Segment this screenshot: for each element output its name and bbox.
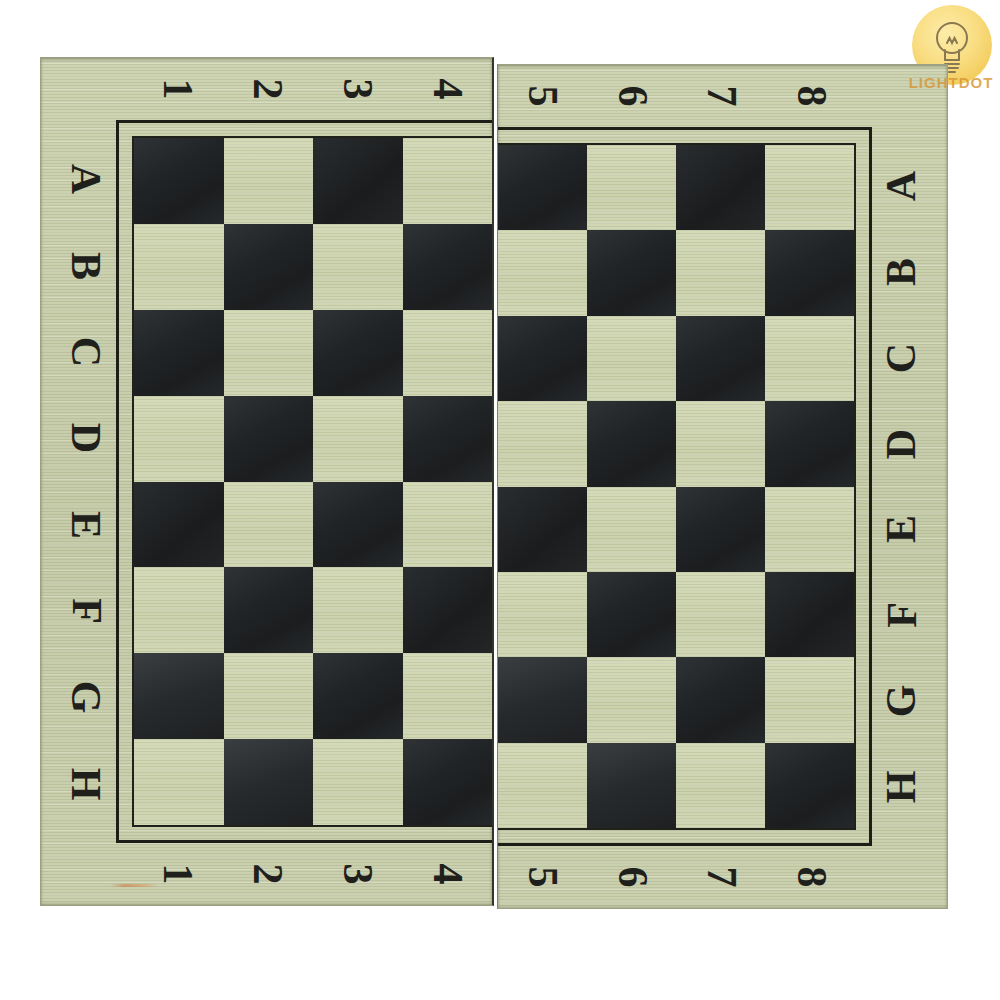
rank-label-cell: G [41, 654, 116, 740]
square-2E [224, 482, 314, 568]
square-7B [676, 230, 765, 315]
rank-label-cell: B [41, 222, 116, 308]
square-8C [765, 316, 854, 401]
bottom-file-labels: 5678 [498, 846, 856, 908]
square-6A [587, 145, 676, 230]
top-file-labels: 5678 [498, 65, 856, 127]
square-6B [587, 230, 676, 315]
rank-label: E [65, 511, 107, 539]
file-label: 5 [522, 86, 564, 107]
rank-label-cell: H [41, 741, 116, 827]
left-rank-labels: ABCDEFGH [41, 136, 116, 827]
rank-label: F [66, 598, 108, 624]
square-3G [313, 653, 403, 739]
rank-label-cell: B [872, 229, 947, 315]
square-2G [224, 653, 314, 739]
rank-label-cell: C [41, 309, 116, 395]
file-label: 1 [156, 79, 198, 100]
rank-label-cell: A [872, 143, 947, 229]
rank-label: F [881, 602, 923, 628]
file-label: 6 [611, 86, 653, 107]
file-label: 7 [701, 86, 743, 107]
square-4H [403, 739, 493, 825]
square-5B [498, 230, 587, 315]
file-label: 3 [336, 864, 378, 885]
file-label-cell: 6 [588, 846, 678, 908]
square-6F [587, 572, 676, 657]
square-2C [224, 310, 314, 396]
file-label-cell: 1 [132, 843, 222, 905]
file-label-cell: 3 [312, 843, 402, 905]
file-label-cell: 5 [498, 846, 588, 908]
square-3D [313, 396, 403, 482]
square-2H [224, 739, 314, 825]
rank-label: A [881, 171, 923, 201]
brand-text: LIGHTDOT [902, 74, 1000, 91]
file-label-cell: 8 [767, 846, 857, 908]
square-7C [676, 316, 765, 401]
square-1H [134, 739, 224, 825]
square-5A [498, 145, 587, 230]
board-right-half: 56785678ABCDEFGH [497, 64, 948, 909]
file-label: 8 [790, 867, 832, 888]
file-label: 3 [336, 79, 378, 100]
rank-label: E [880, 515, 922, 543]
file-label: 7 [701, 867, 743, 888]
square-5F [498, 572, 587, 657]
square-8A [765, 145, 854, 230]
square-1A [134, 138, 224, 224]
square-4G [403, 653, 493, 739]
file-label-cell: 3 [312, 58, 402, 120]
file-label-cell: 2 [222, 58, 312, 120]
square-1C [134, 310, 224, 396]
square-3A [313, 138, 403, 224]
square-2A [224, 138, 314, 224]
square-5C [498, 316, 587, 401]
square-7F [676, 572, 765, 657]
square-7A [676, 145, 765, 230]
square-4E [403, 482, 493, 568]
rank-label-cell: E [872, 487, 947, 573]
chessboard: 12341234ABCDEFGH 56785678ABCDEFGH [40, 57, 948, 912]
square-7H [676, 743, 765, 828]
square-3H [313, 739, 403, 825]
square-5H [498, 743, 587, 828]
square-8B [765, 230, 854, 315]
file-label-cell: 4 [402, 843, 492, 905]
square-6D [587, 401, 676, 486]
square-7G [676, 657, 765, 742]
square-2D [224, 396, 314, 482]
square-3C [313, 310, 403, 396]
file-label: 5 [522, 867, 564, 888]
square-1G [134, 653, 224, 739]
file-label-cell: 8 [767, 65, 857, 127]
square-1F [134, 567, 224, 653]
square-3F [313, 567, 403, 653]
square-8E [765, 487, 854, 572]
file-label-cell: 4 [402, 58, 492, 120]
square-7D [676, 401, 765, 486]
square-4F [403, 567, 493, 653]
rank-label-cell: G [872, 658, 947, 744]
rank-label: B [65, 252, 107, 280]
board-grid [132, 136, 492, 827]
bottom-file-labels: 1234 [132, 843, 492, 905]
top-file-labels: 1234 [132, 58, 492, 120]
rank-label: D [66, 423, 108, 453]
rank-label-cell: D [41, 395, 116, 481]
square-7E [676, 487, 765, 572]
rank-label: D [881, 428, 923, 458]
square-1B [134, 224, 224, 310]
rank-label: G [65, 681, 107, 714]
square-3E [313, 482, 403, 568]
square-6E [587, 487, 676, 572]
file-label-cell: 2 [222, 843, 312, 905]
file-label-cell: 6 [588, 65, 678, 127]
file-label: 4 [426, 79, 468, 100]
square-8D [765, 401, 854, 486]
square-1E [134, 482, 224, 568]
right-rank-labels: ABCDEFGH [872, 143, 947, 830]
file-label: 1 [156, 864, 198, 885]
square-2F [224, 567, 314, 653]
file-label-cell: 1 [132, 58, 222, 120]
rank-label-cell: F [872, 572, 947, 658]
square-2B [224, 224, 314, 310]
rank-label: H [65, 767, 107, 800]
rank-label-cell: H [872, 744, 947, 830]
rank-label-cell: A [41, 136, 116, 222]
rank-label-cell: C [872, 315, 947, 401]
square-8H [765, 743, 854, 828]
rank-label: H [880, 771, 922, 804]
file-label: 2 [246, 864, 288, 885]
square-6C [587, 316, 676, 401]
square-5G [498, 657, 587, 742]
square-3B [313, 224, 403, 310]
square-4A [403, 138, 493, 224]
board-left-half: 12341234ABCDEFGH [40, 57, 494, 906]
file-label-cell: 7 [677, 65, 767, 127]
file-label: 2 [246, 79, 288, 100]
file-label: 8 [790, 86, 832, 107]
rank-label: G [880, 685, 922, 718]
rank-label-cell: F [41, 568, 116, 654]
square-8F [765, 572, 854, 657]
square-4C [403, 310, 493, 396]
rank-label: B [880, 258, 922, 286]
square-4D [403, 396, 493, 482]
square-8G [765, 657, 854, 742]
rank-label: C [881, 343, 923, 373]
square-1D [134, 396, 224, 482]
rank-label: C [66, 337, 108, 367]
square-6H [587, 743, 676, 828]
square-6G [587, 657, 676, 742]
rank-label-cell: D [872, 401, 947, 487]
square-5D [498, 401, 587, 486]
file-label: 6 [611, 867, 653, 888]
square-4B [403, 224, 493, 310]
rank-label: A [66, 164, 108, 194]
rank-label-cell: E [41, 482, 116, 568]
board-grid [498, 143, 856, 830]
file-label: 4 [426, 864, 468, 885]
file-label-cell: 5 [498, 65, 588, 127]
file-label-cell: 7 [677, 846, 767, 908]
square-5E [498, 487, 587, 572]
scratch-mark [110, 884, 158, 887]
